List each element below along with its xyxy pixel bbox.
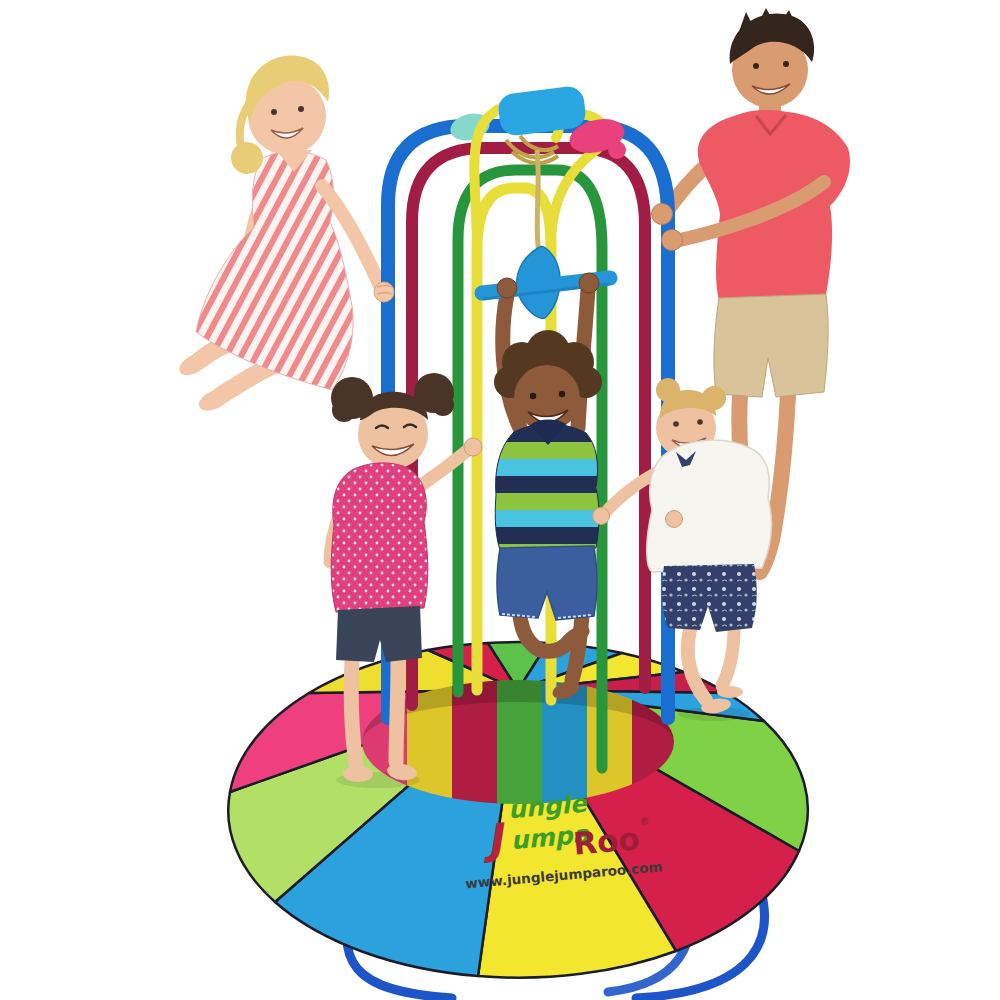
white-eyelet-top [647, 440, 772, 572]
swing-rope [537, 150, 539, 254]
logo-word-roo: Roo [572, 820, 641, 862]
logo-registered-mark: ® [639, 815, 650, 827]
product-photo-stage: J ungle umpa Roo ® www.junglejumparoo.co… [0, 0, 1000, 1000]
pink-print-top [331, 463, 428, 612]
jungle-jumparoo-photo: J ungle umpa Roo ® www.junglejumparoo.co… [0, 0, 1000, 1000]
